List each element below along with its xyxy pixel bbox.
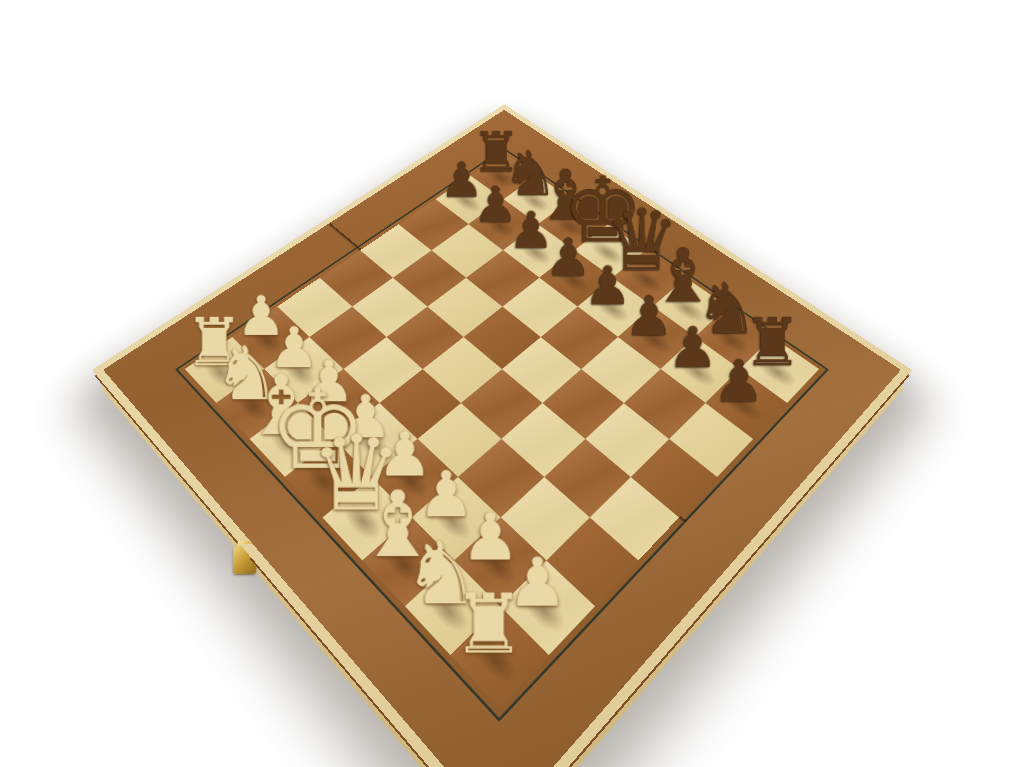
product-photo: ♜♞♝♚♛♝♞♜♟♟♟♟♟♟♟♟♟♟♟♟♟♟♟♟♜♞♝♚♛♝♞♜ xyxy=(0,0,1024,767)
board-case-top: ♜♞♝♚♛♝♞♜♟♟♟♟♟♟♟♟♟♟♟♟♟♟♟♟♜♞♝♚♛♝♞♜ xyxy=(92,104,912,767)
piece-black-pawn[interactable]: ♟ xyxy=(667,320,718,376)
chess-board: ♜♞♝♚♛♝♞♜♟♟♟♟♟♟♟♟♟♟♟♟♟♟♟♟♜♞♝♚♛♝♞♜ xyxy=(92,104,912,767)
board-frame: ♜♞♝♚♛♝♞♜♟♟♟♟♟♟♟♟♟♟♟♟♟♟♟♟♜♞♝♚♛♝♞♜ xyxy=(103,110,901,767)
piece-black-pawn[interactable]: ♟ xyxy=(624,289,673,344)
piece-black-pawn[interactable]: ♟ xyxy=(713,353,765,411)
piece-white-rook[interactable]: ♜ xyxy=(452,584,526,667)
